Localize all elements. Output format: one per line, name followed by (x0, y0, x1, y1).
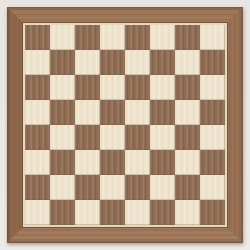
square-r3c4 (100, 75, 125, 100)
square-r6c1 (25, 150, 50, 175)
square-r7c2 (50, 175, 75, 200)
square-r4c8 (200, 100, 225, 125)
square-r8c3 (75, 200, 100, 225)
square-r2c2 (50, 50, 75, 75)
square-r4c3 (75, 100, 100, 125)
square-r7c7 (175, 175, 200, 200)
square-r8c8 (200, 200, 225, 225)
square-r2c5 (125, 50, 150, 75)
square-r2c1 (25, 50, 50, 75)
square-r5c5 (125, 125, 150, 150)
square-r3c7 (175, 75, 200, 100)
square-r7c8 (200, 175, 225, 200)
square-r2c8 (200, 50, 225, 75)
square-r3c3 (75, 75, 100, 100)
square-r4c2 (50, 100, 75, 125)
square-r5c7 (175, 125, 200, 150)
square-r1c4 (100, 25, 125, 50)
square-r3c8 (200, 75, 225, 100)
square-r4c7 (175, 100, 200, 125)
square-r8c1 (25, 200, 50, 225)
square-r1c7 (175, 25, 200, 50)
square-r6c7 (175, 150, 200, 175)
square-r5c8 (200, 125, 225, 150)
square-r8c5 (125, 200, 150, 225)
square-r6c3 (75, 150, 100, 175)
square-r6c5 (125, 150, 150, 175)
board-trim (22, 22, 228, 228)
square-r3c5 (125, 75, 150, 100)
square-r4c4 (100, 100, 125, 125)
square-r5c1 (25, 125, 50, 150)
square-r5c2 (50, 125, 75, 150)
square-r6c2 (50, 150, 75, 175)
board-grid (25, 25, 225, 225)
square-r2c4 (100, 50, 125, 75)
square-r7c3 (75, 175, 100, 200)
square-r1c6 (150, 25, 175, 50)
square-r7c1 (25, 175, 50, 200)
square-r8c6 (150, 200, 175, 225)
square-r1c8 (200, 25, 225, 50)
square-r2c3 (75, 50, 100, 75)
square-r1c1 (25, 25, 50, 50)
square-r7c6 (150, 175, 175, 200)
square-r6c6 (150, 150, 175, 175)
square-r3c1 (25, 75, 50, 100)
square-r8c2 (50, 200, 75, 225)
chess-board (7, 7, 243, 243)
square-r3c6 (150, 75, 175, 100)
square-r2c6 (150, 50, 175, 75)
square-r1c3 (75, 25, 100, 50)
square-r4c5 (125, 100, 150, 125)
square-r8c4 (100, 200, 125, 225)
square-r3c2 (50, 75, 75, 100)
square-r4c1 (25, 100, 50, 125)
square-r6c4 (100, 150, 125, 175)
square-r5c3 (75, 125, 100, 150)
square-r4c6 (150, 100, 175, 125)
photo-background (0, 0, 250, 250)
square-r7c5 (125, 175, 150, 200)
square-r6c8 (200, 150, 225, 175)
square-r8c7 (175, 200, 200, 225)
square-r1c5 (125, 25, 150, 50)
square-r5c4 (100, 125, 125, 150)
square-r2c7 (175, 50, 200, 75)
square-r5c6 (150, 125, 175, 150)
square-r7c4 (100, 175, 125, 200)
square-r1c2 (50, 25, 75, 50)
